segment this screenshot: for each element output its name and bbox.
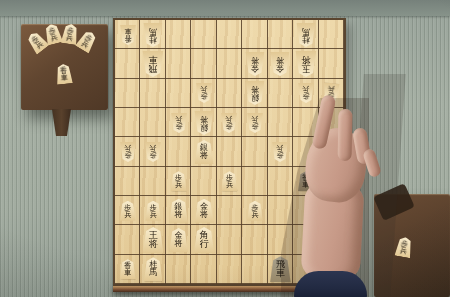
piece-kanji: 兵 bbox=[175, 181, 182, 188]
shogi-photo-scene: 香車桂馬桂馬飛車金将金将玉将歩兵銀将歩兵歩兵歩兵銀将歩兵歩兵歩兵歩兵歩兵銀将歩兵… bbox=[0, 0, 450, 297]
piece-kanji: 歩 bbox=[226, 122, 233, 129]
piece-kanji: 将 bbox=[251, 85, 259, 93]
piece-kanji: 将 bbox=[200, 114, 208, 122]
piece-kanji: 兵 bbox=[65, 33, 73, 41]
piece-kanji: 歩 bbox=[327, 93, 335, 101]
sleeve bbox=[294, 271, 367, 297]
piece-kanji: 将 bbox=[301, 55, 310, 64]
piece-kanji: 行 bbox=[200, 240, 209, 249]
piece-kanji: 将 bbox=[200, 210, 208, 218]
piece-kanji: 馬 bbox=[149, 269, 157, 277]
piece-kanji: 歩 bbox=[124, 203, 131, 210]
piece-kanji: 兵 bbox=[201, 86, 208, 93]
piece-kanji: 車 bbox=[124, 27, 131, 34]
piece-kanji: 兵 bbox=[226, 115, 233, 122]
piece-kanji: 兵 bbox=[150, 210, 157, 217]
piece-kanji: 兵 bbox=[124, 145, 131, 152]
gote-stand-leg bbox=[49, 109, 74, 136]
piece-kanji: 将 bbox=[200, 152, 208, 160]
piece-kanji: 兵 bbox=[175, 115, 182, 122]
piece-kanji: 兵 bbox=[328, 86, 336, 94]
piece-kanji: 歩 bbox=[150, 203, 157, 210]
piece-kanji: 銀 bbox=[251, 93, 259, 101]
piece-kanji: 馬 bbox=[302, 26, 310, 34]
piece-kanji: 兵 bbox=[124, 210, 131, 217]
piece-kanji: 兵 bbox=[226, 181, 233, 188]
piece-kanji: 歩 bbox=[201, 93, 208, 100]
piece-kanji: 将 bbox=[276, 56, 284, 64]
piece-kanji: 将 bbox=[149, 240, 158, 249]
piece-kanji: 車 bbox=[302, 181, 309, 188]
pinky-knuckle bbox=[362, 148, 382, 178]
piece-kanji: 歩 bbox=[124, 152, 131, 159]
piece-kanji: 歩 bbox=[251, 122, 258, 129]
piece-kanji: 車 bbox=[149, 55, 158, 64]
piece-kanji: 車 bbox=[124, 269, 131, 276]
piece-kanji: 兵 bbox=[50, 33, 59, 42]
piece-kanji: 兵 bbox=[34, 40, 44, 50]
piece-kanji: 歩 bbox=[302, 93, 309, 100]
piece-kanji: 兵 bbox=[399, 246, 407, 254]
piece-kanji: 兵 bbox=[277, 145, 284, 152]
piece-kanji: 兵 bbox=[150, 145, 157, 152]
background-upper-band bbox=[0, 0, 450, 16]
piece-kanji: 歩 bbox=[251, 203, 258, 210]
piece-kanji: 兵 bbox=[302, 86, 309, 93]
piece-kanji: 車 bbox=[276, 269, 285, 278]
piece-kanji: 歩 bbox=[175, 122, 182, 129]
piece-kanji: 香 bbox=[124, 34, 131, 41]
piece-kanji: 将 bbox=[175, 210, 183, 218]
piece-kanji: 馬 bbox=[149, 26, 157, 34]
piece-kanji: 将 bbox=[175, 240, 183, 248]
piece-kanji: 車 bbox=[61, 73, 69, 81]
piece-kanji: 兵 bbox=[251, 210, 258, 217]
piece-kanji: 将 bbox=[251, 56, 259, 64]
ring-finger-knuckle bbox=[352, 127, 372, 165]
piece-kanji: 歩 bbox=[277, 152, 284, 159]
piece-kanji: 歩 bbox=[150, 152, 157, 159]
piece-kanji: 兵 bbox=[251, 115, 258, 122]
